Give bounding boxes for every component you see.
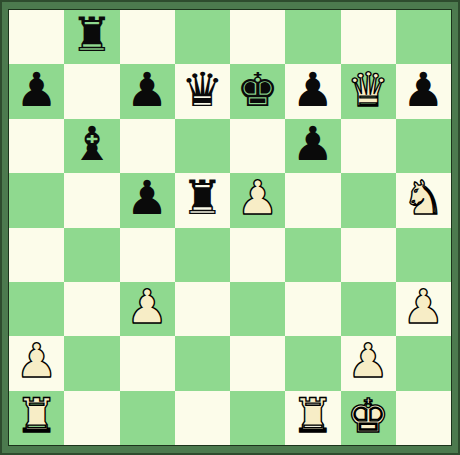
piece-white-rook: ♜: [16, 391, 58, 443]
square-e7[interactable]: ♚: [230, 64, 285, 118]
square-e1[interactable]: [230, 391, 285, 445]
square-a3[interactable]: [9, 282, 64, 336]
piece-black-pawn: ♟: [292, 119, 334, 171]
square-d3[interactable]: [175, 282, 230, 336]
square-e3[interactable]: [230, 282, 285, 336]
piece-white-queen: ♛: [347, 64, 389, 116]
square-g3[interactable]: [341, 282, 396, 336]
square-a4[interactable]: [9, 228, 64, 282]
square-b2[interactable]: [64, 336, 119, 390]
square-d8[interactable]: [175, 10, 230, 64]
piece-white-pawn: ♟: [347, 336, 389, 388]
piece-white-pawn: ♟: [402, 282, 444, 334]
square-b4[interactable]: [64, 228, 119, 282]
square-e2[interactable]: [230, 336, 285, 390]
square-g2[interactable]: ♟: [341, 336, 396, 390]
square-b7[interactable]: [64, 64, 119, 118]
chess-board-frame: ♜♟♟♛♚♟♛♟♝♟♟♜♟♞♟♟♟♟♜♜♚: [0, 0, 460, 455]
square-g1[interactable]: ♚: [341, 391, 396, 445]
square-a5[interactable]: [9, 173, 64, 227]
square-e5[interactable]: ♟: [230, 173, 285, 227]
square-f4[interactable]: [285, 228, 340, 282]
square-b1[interactable]: [64, 391, 119, 445]
square-c2[interactable]: [120, 336, 175, 390]
piece-black-pawn: ♟: [292, 64, 334, 116]
square-d5[interactable]: ♜: [175, 173, 230, 227]
square-h7[interactable]: ♟: [396, 64, 451, 118]
square-a7[interactable]: ♟: [9, 64, 64, 118]
square-e4[interactable]: [230, 228, 285, 282]
piece-black-pawn: ♟: [126, 173, 168, 225]
square-f8[interactable]: [285, 10, 340, 64]
square-c6[interactable]: [120, 119, 175, 173]
square-f6[interactable]: ♟: [285, 119, 340, 173]
square-a2[interactable]: ♟: [9, 336, 64, 390]
square-h8[interactable]: [396, 10, 451, 64]
square-g7[interactable]: ♛: [341, 64, 396, 118]
piece-black-pawn: ♟: [16, 64, 58, 116]
square-h1[interactable]: [396, 391, 451, 445]
piece-black-pawn: ♟: [126, 64, 168, 116]
square-f7[interactable]: ♟: [285, 64, 340, 118]
piece-white-knight: ♞: [402, 173, 444, 225]
square-g8[interactable]: [341, 10, 396, 64]
piece-black-pawn: ♟: [402, 64, 444, 116]
piece-black-rook: ♜: [71, 10, 113, 62]
square-d4[interactable]: [175, 228, 230, 282]
square-d6[interactable]: [175, 119, 230, 173]
square-b8[interactable]: ♜: [64, 10, 119, 64]
chess-board: ♜♟♟♛♚♟♛♟♝♟♟♜♟♞♟♟♟♟♜♜♚: [8, 9, 452, 446]
square-h3[interactable]: ♟: [396, 282, 451, 336]
square-a1[interactable]: ♜: [9, 391, 64, 445]
piece-black-queen: ♛: [181, 64, 223, 116]
square-a6[interactable]: [9, 119, 64, 173]
square-g6[interactable]: [341, 119, 396, 173]
piece-white-king: ♚: [347, 391, 389, 443]
piece-white-pawn: ♟: [237, 173, 279, 225]
square-c3[interactable]: ♟: [120, 282, 175, 336]
square-d2[interactable]: [175, 336, 230, 390]
square-c1[interactable]: [120, 391, 175, 445]
square-g4[interactable]: [341, 228, 396, 282]
square-g5[interactable]: [341, 173, 396, 227]
square-h2[interactable]: [396, 336, 451, 390]
piece-white-pawn: ♟: [126, 282, 168, 334]
square-b6[interactable]: ♝: [64, 119, 119, 173]
piece-white-rook: ♜: [292, 391, 334, 443]
square-e8[interactable]: [230, 10, 285, 64]
piece-black-king: ♚: [237, 64, 279, 116]
square-a8[interactable]: [9, 10, 64, 64]
square-f2[interactable]: [285, 336, 340, 390]
square-c8[interactable]: [120, 10, 175, 64]
square-f1[interactable]: ♜: [285, 391, 340, 445]
piece-white-pawn: ♟: [16, 336, 58, 388]
square-b3[interactable]: [64, 282, 119, 336]
square-c5[interactable]: ♟: [120, 173, 175, 227]
square-h5[interactable]: ♞: [396, 173, 451, 227]
piece-black-bishop: ♝: [71, 119, 113, 171]
square-b5[interactable]: [64, 173, 119, 227]
square-h6[interactable]: [396, 119, 451, 173]
square-d7[interactable]: ♛: [175, 64, 230, 118]
square-c7[interactable]: ♟: [120, 64, 175, 118]
square-e6[interactable]: [230, 119, 285, 173]
square-f5[interactable]: [285, 173, 340, 227]
square-c4[interactable]: [120, 228, 175, 282]
square-f3[interactable]: [285, 282, 340, 336]
square-h4[interactable]: [396, 228, 451, 282]
square-d1[interactable]: [175, 391, 230, 445]
piece-black-rook: ♜: [181, 173, 223, 225]
